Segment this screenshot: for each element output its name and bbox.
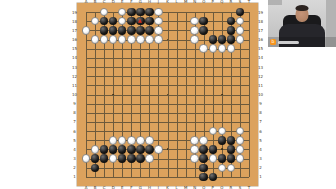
board-intersection[interactable]: [82, 117, 91, 126]
board-intersection[interactable]: [109, 154, 118, 163]
board-intersection[interactable]: [190, 35, 199, 44]
board-intersection[interactable]: [109, 8, 118, 17]
board-intersection[interactable]: [109, 145, 118, 154]
board-intersection[interactable]: [100, 17, 109, 26]
board-intersection[interactable]: [91, 81, 100, 90]
board-intersection[interactable]: [136, 163, 145, 172]
board-intersection[interactable]: [145, 35, 154, 44]
board-intersection[interactable]: [154, 117, 163, 126]
board-intersection[interactable]: [244, 145, 253, 154]
board-intersection[interactable]: [217, 145, 226, 154]
board-intersection[interactable]: [190, 145, 199, 154]
board-intersection[interactable]: [226, 117, 235, 126]
board-intersection[interactable]: [109, 136, 118, 145]
board-intersection[interactable]: [127, 108, 136, 117]
board-intersection[interactable]: [82, 44, 91, 53]
board-intersection[interactable]: [118, 62, 127, 71]
board-intersection[interactable]: [235, 145, 244, 154]
board-intersection[interactable]: [118, 17, 127, 26]
board-intersection[interactable]: [100, 26, 109, 35]
board-intersection[interactable]: [136, 17, 145, 26]
board-intersection[interactable]: [217, 154, 226, 163]
board-intersection[interactable]: [154, 172, 163, 181]
board-intersection[interactable]: [235, 108, 244, 117]
board-intersection[interactable]: [244, 8, 253, 17]
board-intersection[interactable]: [91, 99, 100, 108]
board-intersection[interactable]: [199, 172, 208, 181]
board-intersection[interactable]: [154, 72, 163, 81]
board-intersection[interactable]: [127, 17, 136, 26]
board-intersection[interactable]: [145, 117, 154, 126]
board-intersection[interactable]: [136, 136, 145, 145]
board-intersection[interactable]: [109, 90, 118, 99]
board-intersection[interactable]: [235, 35, 244, 44]
board-intersection[interactable]: [163, 62, 172, 71]
board-intersection[interactable]: [82, 26, 91, 35]
board-intersection[interactable]: [163, 117, 172, 126]
board-intersection[interactable]: [163, 108, 172, 117]
board-intersection[interactable]: [226, 154, 235, 163]
board-intersection[interactable]: [136, 127, 145, 136]
board-intersection[interactable]: [100, 53, 109, 62]
board-intersection[interactable]: [190, 127, 199, 136]
board-intersection[interactable]: [181, 127, 190, 136]
board-intersection[interactable]: [208, 136, 217, 145]
board-intersection[interactable]: [154, 35, 163, 44]
board-intersection[interactable]: [100, 172, 109, 181]
board-intersection[interactable]: [145, 72, 154, 81]
board-intersection[interactable]: [154, 90, 163, 99]
board-intersection[interactable]: [172, 26, 181, 35]
board-intersection[interactable]: [91, 53, 100, 62]
board-intersection[interactable]: [217, 44, 226, 53]
board-intersection[interactable]: [217, 172, 226, 181]
board-intersection[interactable]: [244, 53, 253, 62]
board-intersection[interactable]: [118, 145, 127, 154]
board-intersection[interactable]: [208, 163, 217, 172]
board-intersection[interactable]: [127, 136, 136, 145]
board-intersection[interactable]: [82, 163, 91, 172]
board-intersection[interactable]: [136, 8, 145, 17]
board-intersection[interactable]: [172, 154, 181, 163]
board-intersection[interactable]: [118, 154, 127, 163]
board-intersection[interactable]: [127, 163, 136, 172]
board-intersection[interactable]: [244, 44, 253, 53]
board-intersection[interactable]: [127, 117, 136, 126]
board-intersection[interactable]: [145, 99, 154, 108]
board-intersection[interactable]: [235, 117, 244, 126]
board-intersection[interactable]: [235, 90, 244, 99]
board-intersection[interactable]: [118, 117, 127, 126]
board-intersection[interactable]: [235, 44, 244, 53]
board-intersection[interactable]: [100, 108, 109, 117]
board-intersection[interactable]: [199, 108, 208, 117]
board-intersection[interactable]: [244, 72, 253, 81]
board-intersection[interactable]: [109, 53, 118, 62]
board-intersection[interactable]: [82, 99, 91, 108]
board-intersection[interactable]: [208, 117, 217, 126]
board-intersection[interactable]: [109, 117, 118, 126]
board-intersection[interactable]: [235, 81, 244, 90]
board-intersection[interactable]: [91, 90, 100, 99]
board-intersection[interactable]: [244, 99, 253, 108]
board-intersection[interactable]: [136, 117, 145, 126]
board-intersection[interactable]: [190, 26, 199, 35]
board-intersection[interactable]: [118, 127, 127, 136]
board-intersection[interactable]: [181, 81, 190, 90]
board-intersection[interactable]: [190, 154, 199, 163]
board-intersection[interactable]: [199, 81, 208, 90]
board-intersection[interactable]: [91, 163, 100, 172]
board-intersection[interactable]: [82, 108, 91, 117]
board-intersection[interactable]: [91, 127, 100, 136]
board-intersection[interactable]: [244, 163, 253, 172]
board-intersection[interactable]: [91, 26, 100, 35]
board-intersection[interactable]: [244, 90, 253, 99]
board-intersection[interactable]: [145, 53, 154, 62]
board-intersection[interactable]: [199, 117, 208, 126]
board-intersection[interactable]: [181, 90, 190, 99]
board-intersection[interactable]: [145, 154, 154, 163]
board-intersection[interactable]: [244, 117, 253, 126]
board-intersection[interactable]: [145, 108, 154, 117]
board-intersection[interactable]: [208, 154, 217, 163]
board-intersection[interactable]: [217, 136, 226, 145]
board-intersection[interactable]: [226, 17, 235, 26]
board-intersection[interactable]: [82, 17, 91, 26]
board-intersection[interactable]: [172, 17, 181, 26]
board-intersection[interactable]: [100, 8, 109, 17]
board-intersection[interactable]: [226, 62, 235, 71]
board-intersection[interactable]: [235, 154, 244, 163]
board-intersection[interactable]: [190, 172, 199, 181]
board-intersection[interactable]: [118, 163, 127, 172]
board-intersection[interactable]: [199, 127, 208, 136]
board-intersection[interactable]: [217, 81, 226, 90]
board-intersection[interactable]: [226, 136, 235, 145]
board-intersection[interactable]: [118, 136, 127, 145]
board-intersection[interactable]: [127, 53, 136, 62]
board-intersection[interactable]: [100, 136, 109, 145]
board-intersection[interactable]: [109, 72, 118, 81]
board-intersection[interactable]: [181, 72, 190, 81]
board-intersection[interactable]: [235, 172, 244, 181]
board-intersection[interactable]: [244, 172, 253, 181]
board-intersection[interactable]: [217, 99, 226, 108]
board-intersection[interactable]: [145, 17, 154, 26]
board-intersection[interactable]: [235, 53, 244, 62]
board-intersection[interactable]: [145, 163, 154, 172]
board-intersection[interactable]: [136, 99, 145, 108]
board-intersection[interactable]: [199, 17, 208, 26]
board-intersection[interactable]: [100, 72, 109, 81]
board-intersection[interactable]: [109, 99, 118, 108]
board-intersection[interactable]: [208, 17, 217, 26]
board-intersection[interactable]: [91, 145, 100, 154]
board-intersection[interactable]: [190, 17, 199, 26]
board-intersection[interactable]: [163, 26, 172, 35]
board-intersection[interactable]: [145, 62, 154, 71]
go-board[interactable]: ABCDEFGHJKLMNOPQRST ABCDEFGHJKLMNOPQRST …: [77, 3, 258, 186]
board-intersection[interactable]: [136, 72, 145, 81]
board-intersection[interactable]: [181, 163, 190, 172]
board-intersection[interactable]: [100, 127, 109, 136]
board-intersection[interactable]: [154, 99, 163, 108]
board-intersection[interactable]: [199, 90, 208, 99]
board-intersection[interactable]: [199, 8, 208, 17]
board-intersection[interactable]: [127, 127, 136, 136]
board-intersection[interactable]: [190, 81, 199, 90]
board-intersection[interactable]: [136, 90, 145, 99]
board-intersection[interactable]: [199, 154, 208, 163]
board-intersection[interactable]: [190, 108, 199, 117]
board-intersection[interactable]: [136, 44, 145, 53]
board-intersection[interactable]: [208, 62, 217, 71]
board-intersection[interactable]: [190, 72, 199, 81]
board-intersection[interactable]: [100, 154, 109, 163]
board-intersection[interactable]: [163, 72, 172, 81]
board-intersection[interactable]: [199, 26, 208, 35]
board-intersection[interactable]: [109, 17, 118, 26]
board-intersection[interactable]: [181, 154, 190, 163]
board-intersection[interactable]: [217, 127, 226, 136]
board-intersection[interactable]: [226, 90, 235, 99]
board-intersection[interactable]: [118, 26, 127, 35]
board-intersection[interactable]: [145, 81, 154, 90]
board-intersection[interactable]: [244, 62, 253, 71]
board-intersection[interactable]: [226, 35, 235, 44]
board-intersection[interactable]: [208, 26, 217, 35]
board-intersection[interactable]: [91, 8, 100, 17]
board-intersection[interactable]: [82, 72, 91, 81]
board-intersection[interactable]: [136, 154, 145, 163]
board-intersection[interactable]: [163, 53, 172, 62]
board-intersection[interactable]: [154, 53, 163, 62]
board-intersection[interactable]: [127, 154, 136, 163]
board-intersection[interactable]: [208, 127, 217, 136]
board-intersection[interactable]: [181, 44, 190, 53]
board-intersection[interactable]: [100, 145, 109, 154]
board-intersection[interactable]: [100, 81, 109, 90]
board-intersection[interactable]: [190, 8, 199, 17]
board-intersection[interactable]: [100, 44, 109, 53]
board-intersection[interactable]: [163, 8, 172, 17]
board-intersection[interactable]: [190, 62, 199, 71]
board-intersection[interactable]: [163, 90, 172, 99]
board-intersection[interactable]: [118, 99, 127, 108]
board-intersection[interactable]: [145, 90, 154, 99]
board-intersection[interactable]: [91, 108, 100, 117]
board-intersection[interactable]: [226, 127, 235, 136]
board-intersection[interactable]: [109, 172, 118, 181]
board-intersection[interactable]: [181, 145, 190, 154]
board-intersection[interactable]: [91, 172, 100, 181]
board-intersection[interactable]: [208, 172, 217, 181]
board-intersection[interactable]: [199, 145, 208, 154]
board-intersection[interactable]: [235, 62, 244, 71]
board-intersection[interactable]: [118, 90, 127, 99]
board-intersection[interactable]: [226, 8, 235, 17]
board-intersection[interactable]: [172, 117, 181, 126]
board-intersection[interactable]: [235, 17, 244, 26]
board-intersection[interactable]: [244, 26, 253, 35]
board-intersection[interactable]: [100, 90, 109, 99]
board-intersection[interactable]: [208, 145, 217, 154]
board-intersection[interactable]: [100, 62, 109, 71]
board-intersection[interactable]: [109, 127, 118, 136]
board-intersection[interactable]: [235, 26, 244, 35]
board-intersection[interactable]: [181, 8, 190, 17]
board-intersection[interactable]: [109, 35, 118, 44]
board-intersection[interactable]: [190, 44, 199, 53]
board-intersection[interactable]: [244, 127, 253, 136]
board-intersection[interactable]: [172, 35, 181, 44]
board-intersection[interactable]: [208, 8, 217, 17]
board-intersection[interactable]: [109, 44, 118, 53]
board-intersection[interactable]: [172, 136, 181, 145]
board-intersection[interactable]: [163, 81, 172, 90]
board-intersection[interactable]: [199, 53, 208, 62]
board-intersection[interactable]: [82, 136, 91, 145]
board-intersection[interactable]: [172, 8, 181, 17]
board-intersection[interactable]: [172, 62, 181, 71]
board-intersection[interactable]: [244, 108, 253, 117]
board-intersection[interactable]: [190, 117, 199, 126]
board-intersection[interactable]: [127, 172, 136, 181]
board-intersection[interactable]: [82, 62, 91, 71]
board-intersection[interactable]: [163, 35, 172, 44]
board-intersection[interactable]: [208, 35, 217, 44]
board-intersection[interactable]: [226, 145, 235, 154]
board-intersection[interactable]: [244, 81, 253, 90]
board-intersection[interactable]: [136, 145, 145, 154]
board-intersection[interactable]: [199, 62, 208, 71]
board-intersection[interactable]: [172, 72, 181, 81]
board-intersection[interactable]: [217, 108, 226, 117]
board-intersection[interactable]: [100, 117, 109, 126]
board-intersection[interactable]: [154, 17, 163, 26]
board-intersection[interactable]: [190, 99, 199, 108]
board-intersection[interactable]: [163, 145, 172, 154]
board-intersection[interactable]: [82, 172, 91, 181]
board-intersection[interactable]: [118, 8, 127, 17]
board-intersection[interactable]: [154, 8, 163, 17]
board-intersection[interactable]: [244, 17, 253, 26]
board-intersection[interactable]: [154, 44, 163, 53]
board-intersection[interactable]: [235, 99, 244, 108]
board-intersection[interactable]: [181, 117, 190, 126]
board-intersection[interactable]: [118, 172, 127, 181]
board-intersection[interactable]: [217, 163, 226, 172]
board-intersection[interactable]: [163, 163, 172, 172]
board-intersection[interactable]: [172, 81, 181, 90]
board-intersection[interactable]: [127, 8, 136, 17]
board-intersection[interactable]: [136, 172, 145, 181]
board-intersection[interactable]: [154, 145, 163, 154]
board-intersection[interactable]: [172, 172, 181, 181]
board-intersection[interactable]: [217, 62, 226, 71]
board-intersection[interactable]: [127, 35, 136, 44]
board-intersection[interactable]: [172, 90, 181, 99]
board-intersection[interactable]: [145, 145, 154, 154]
board-intersection[interactable]: [199, 99, 208, 108]
board-intersection[interactable]: [163, 44, 172, 53]
board-intersection[interactable]: [172, 108, 181, 117]
board-intersection[interactable]: [172, 53, 181, 62]
board-intersection[interactable]: [154, 163, 163, 172]
board-intersection[interactable]: [127, 62, 136, 71]
board-intersection[interactable]: [172, 127, 181, 136]
board-intersection[interactable]: [181, 99, 190, 108]
board-intersection[interactable]: [235, 8, 244, 17]
board-intersection[interactable]: [127, 99, 136, 108]
board-intersection[interactable]: [118, 81, 127, 90]
board-intersection[interactable]: [154, 62, 163, 71]
board-intersection[interactable]: [154, 127, 163, 136]
board-intersection[interactable]: [109, 26, 118, 35]
board-intersection[interactable]: [118, 53, 127, 62]
board-intersection[interactable]: [190, 53, 199, 62]
board-intersection[interactable]: [244, 154, 253, 163]
board-intersection[interactable]: [91, 17, 100, 26]
board-intersection[interactable]: [82, 154, 91, 163]
board-intersection[interactable]: [91, 117, 100, 126]
board-intersection[interactable]: [199, 163, 208, 172]
board-intersection[interactable]: [145, 8, 154, 17]
board-intersection[interactable]: [244, 35, 253, 44]
board-intersection[interactable]: [208, 99, 217, 108]
board-intersection[interactable]: [127, 44, 136, 53]
board-intersection[interactable]: [226, 26, 235, 35]
board-intersection[interactable]: [226, 99, 235, 108]
board-intersection[interactable]: [181, 136, 190, 145]
board-intersection[interactable]: [127, 145, 136, 154]
board-intersection[interactable]: [217, 8, 226, 17]
board-intersection[interactable]: [181, 35, 190, 44]
board-intersection[interactable]: [109, 108, 118, 117]
board-intersection[interactable]: [226, 172, 235, 181]
board-intersection[interactable]: [91, 62, 100, 71]
board-intersection[interactable]: [154, 154, 163, 163]
board-intersection[interactable]: [163, 17, 172, 26]
board-intersection[interactable]: [154, 26, 163, 35]
board-intersection[interactable]: [100, 99, 109, 108]
board-intersection[interactable]: [118, 108, 127, 117]
board-intersection[interactable]: [91, 72, 100, 81]
board-intersection[interactable]: [208, 53, 217, 62]
board-intersection[interactable]: [172, 44, 181, 53]
board-intersection[interactable]: [127, 90, 136, 99]
board-intersection[interactable]: [181, 62, 190, 71]
board-intersection[interactable]: [145, 44, 154, 53]
board-intersection[interactable]: [172, 163, 181, 172]
board-intersection[interactable]: [163, 136, 172, 145]
board-intersection[interactable]: [199, 44, 208, 53]
board-intersection[interactable]: [136, 108, 145, 117]
board-intersection[interactable]: [145, 136, 154, 145]
board-intersection[interactable]: [217, 26, 226, 35]
board-intersection[interactable]: [100, 35, 109, 44]
board-intersection[interactable]: [190, 163, 199, 172]
board-intersection[interactable]: [217, 53, 226, 62]
board-intersection[interactable]: [91, 35, 100, 44]
board-intersection[interactable]: [145, 26, 154, 35]
board-intersection[interactable]: [127, 81, 136, 90]
board-intersection[interactable]: [163, 127, 172, 136]
board-intersection[interactable]: [118, 44, 127, 53]
board-intersection[interactable]: [127, 26, 136, 35]
board-intersection[interactable]: [226, 44, 235, 53]
